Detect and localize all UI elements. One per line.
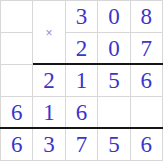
cell-r1c3: 3 [66, 1, 97, 32]
cell-r1c5: 8 [131, 1, 162, 32]
multiplication-grid: × 3 0 8 2 0 7 2 1 5 6 6 1 6 6 3 7 5 6 [0, 0, 163, 161]
cell-r3c1 [1, 65, 32, 96]
cell-r4c4 [98, 97, 129, 128]
cell-r4c3: 6 [66, 97, 97, 128]
cell-r2c3: 2 [66, 33, 97, 64]
cell-r5c3: 7 [66, 129, 97, 160]
rule-line-above-product [0, 127, 163, 129]
cell-r3c5: 6 [131, 65, 162, 96]
rule-line-under-multiplier [33, 63, 163, 65]
cell-r5c5: 6 [131, 129, 162, 160]
multiply-sign: × [33, 1, 64, 64]
cell-r2c1 [1, 33, 32, 64]
cell-r2c5: 7 [131, 33, 162, 64]
cell-r3c2: 2 [33, 65, 64, 96]
cell-r5c1: 6 [1, 129, 32, 160]
cell-r3c3: 1 [66, 65, 97, 96]
cell-r4c5 [131, 97, 162, 128]
cell-r4c1: 6 [1, 97, 32, 128]
cell-r3c4: 5 [98, 65, 129, 96]
cell-r2c4: 0 [98, 33, 129, 64]
cell-r1c4: 0 [98, 1, 129, 32]
cell-r1c1 [1, 1, 32, 32]
cell-r5c2: 3 [33, 129, 64, 160]
long-multiplication-worksheet: × 3 0 8 2 0 7 2 1 5 6 6 1 6 6 3 7 5 6 [0, 0, 163, 161]
cell-r5c4: 5 [98, 129, 129, 160]
cell-r4c2: 1 [33, 97, 64, 128]
